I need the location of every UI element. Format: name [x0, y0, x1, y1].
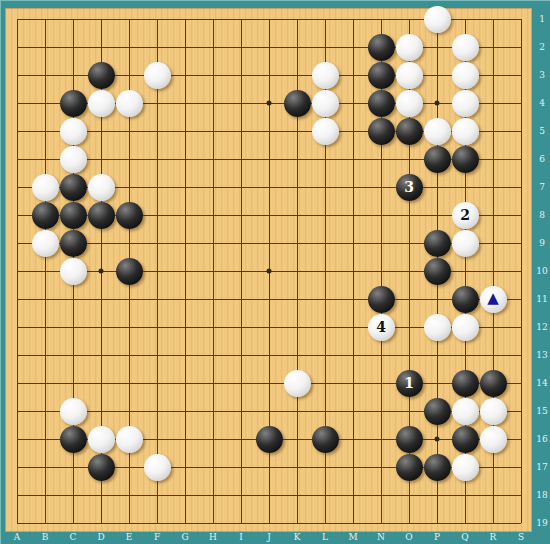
move-number-label: 1 — [396, 370, 423, 397]
stone-white-B7 — [32, 174, 59, 201]
stone-black-J16 — [256, 426, 283, 453]
stone-white-O4 — [396, 90, 423, 117]
column-label-B: B — [35, 531, 55, 543]
stone-white-Q9 — [452, 230, 479, 257]
stone-white-B9 — [32, 230, 59, 257]
stone-white-P12 — [424, 314, 451, 341]
row-label-4: 4 — [534, 98, 550, 108]
stone-white-P5 — [424, 118, 451, 145]
row-label-5: 5 — [534, 126, 550, 136]
stone-black-N5 — [368, 118, 395, 145]
stone-white-L4 — [312, 90, 339, 117]
stone-black-P6 — [424, 146, 451, 173]
stone-white-R15 — [480, 398, 507, 425]
column-label-S: S — [511, 531, 531, 543]
stone-black-Q14 — [452, 370, 479, 397]
stone-white-F3 — [144, 62, 171, 89]
stone-white-P1 — [424, 6, 451, 33]
stone-white-C10 — [60, 258, 87, 285]
stone-black-C9 — [60, 230, 87, 257]
column-label-R: R — [483, 531, 503, 543]
stone-white-F17 — [144, 454, 171, 481]
stone-white-D4 — [88, 90, 115, 117]
stone-black-N4 — [368, 90, 395, 117]
stone-white-C6 — [60, 146, 87, 173]
stone-white-R16 — [480, 426, 507, 453]
stone-black-P9 — [424, 230, 451, 257]
stone-black-Q11 — [452, 286, 479, 313]
row-label-10: 10 — [534, 266, 550, 276]
stone-white-O3 — [396, 62, 423, 89]
row-label-18: 18 — [534, 490, 550, 500]
move-number-label: 2 — [452, 202, 479, 229]
stone-white-Q12 — [452, 314, 479, 341]
column-label-C: C — [63, 531, 83, 543]
stone-white-N12: 4 — [368, 314, 395, 341]
row-label-11: 11 — [534, 294, 550, 304]
column-label-N: N — [371, 531, 391, 543]
row-label-9: 9 — [534, 238, 550, 248]
stone-white-Q3 — [452, 62, 479, 89]
stone-black-C4 — [60, 90, 87, 117]
row-label-13: 13 — [534, 350, 550, 360]
column-label-A: A — [7, 531, 27, 543]
column-label-H: H — [203, 531, 223, 543]
stone-black-C16 — [60, 426, 87, 453]
column-label-F: F — [147, 531, 167, 543]
stone-black-O7: 3 — [396, 174, 423, 201]
stone-black-C8 — [60, 202, 87, 229]
row-label-15: 15 — [534, 406, 550, 416]
stone-black-C7 — [60, 174, 87, 201]
column-label-G: G — [175, 531, 195, 543]
stone-black-Q16 — [452, 426, 479, 453]
stone-black-B8 — [32, 202, 59, 229]
column-label-L: L — [315, 531, 335, 543]
column-label-K: K — [287, 531, 307, 543]
stone-white-C5 — [60, 118, 87, 145]
row-label-3: 3 — [534, 70, 550, 80]
row-label-6: 6 — [534, 154, 550, 164]
move-number-label: 4 — [368, 314, 395, 341]
row-label-19: 19 — [534, 518, 550, 528]
stone-black-R14 — [480, 370, 507, 397]
stone-black-O14: 1 — [396, 370, 423, 397]
stone-black-L16 — [312, 426, 339, 453]
row-label-1: 1 — [534, 14, 550, 24]
stone-white-Q4 — [452, 90, 479, 117]
stone-black-O5 — [396, 118, 423, 145]
stone-black-D8 — [88, 202, 115, 229]
stone-white-D16 — [88, 426, 115, 453]
column-label-P: P — [427, 531, 447, 543]
move-number-label: 3 — [396, 174, 423, 201]
row-label-8: 8 — [534, 210, 550, 220]
stone-black-P15 — [424, 398, 451, 425]
stone-black-E10 — [116, 258, 143, 285]
row-label-2: 2 — [534, 42, 550, 52]
stone-white-L5 — [312, 118, 339, 145]
stone-white-Q8: 2 — [452, 202, 479, 229]
stone-black-O16 — [396, 426, 423, 453]
stone-black-N11 — [368, 286, 395, 313]
stone-black-N2 — [368, 34, 395, 61]
go-app-frame: 32▲41 ABCDEFGHIJKLMNOPQRS 12345678910111… — [0, 0, 550, 544]
triangle-marker-icon: ▲ — [480, 285, 507, 312]
stone-white-Q15 — [452, 398, 479, 425]
stone-white-O2 — [396, 34, 423, 61]
row-label-12: 12 — [534, 322, 550, 332]
stone-black-D3 — [88, 62, 115, 89]
stone-black-P17 — [424, 454, 451, 481]
stone-white-C15 — [60, 398, 87, 425]
stone-white-L3 — [312, 62, 339, 89]
row-label-17: 17 — [534, 462, 550, 472]
stone-white-Q2 — [452, 34, 479, 61]
stone-white-R11: ▲ — [480, 286, 507, 313]
stone-black-K4 — [284, 90, 311, 117]
row-label-16: 16 — [534, 434, 550, 444]
stone-white-E4 — [116, 90, 143, 117]
column-label-E: E — [119, 531, 139, 543]
stone-black-E8 — [116, 202, 143, 229]
stone-black-O17 — [396, 454, 423, 481]
stone-white-E16 — [116, 426, 143, 453]
column-label-I: I — [231, 531, 251, 543]
column-label-D: D — [91, 531, 111, 543]
column-label-O: O — [399, 531, 419, 543]
column-label-Q: Q — [455, 531, 475, 543]
goban-grid[interactable]: 32▲41 — [3, 5, 535, 537]
stone-white-Q17 — [452, 454, 479, 481]
row-label-7: 7 — [534, 182, 550, 192]
row-label-14: 14 — [534, 378, 550, 388]
stone-black-P10 — [424, 258, 451, 285]
stone-white-Q5 — [452, 118, 479, 145]
column-label-J: J — [259, 531, 279, 543]
stone-black-Q6 — [452, 146, 479, 173]
stone-black-N3 — [368, 62, 395, 89]
stone-white-K14 — [284, 370, 311, 397]
stone-black-D17 — [88, 454, 115, 481]
stone-white-D7 — [88, 174, 115, 201]
column-label-M: M — [343, 531, 363, 543]
